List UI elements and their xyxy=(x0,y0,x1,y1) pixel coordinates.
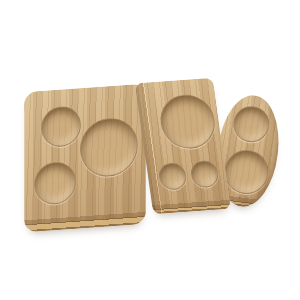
pit-left-board-lower-left xyxy=(34,161,76,206)
pit-left-board-upper-left xyxy=(41,105,81,148)
board-middle xyxy=(135,78,231,214)
pit-right-board-top xyxy=(231,104,271,144)
pit-middle-board-large-top xyxy=(157,93,218,150)
board-left xyxy=(24,84,146,233)
product-photo-scene xyxy=(0,0,300,300)
pit-right-board-bottom xyxy=(222,147,271,196)
pit-left-board-large-right xyxy=(80,116,138,178)
pit-middle-board-small-bottom-left xyxy=(157,162,188,191)
pit-middle-board-small-bottom-right xyxy=(189,160,220,189)
